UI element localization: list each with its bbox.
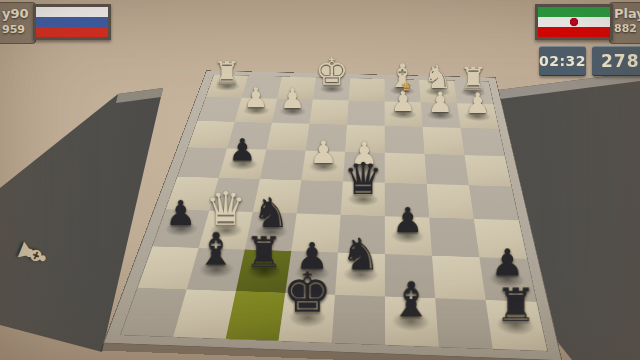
- square-c5[interactable]: [385, 183, 429, 218]
- square-f8[interactable]: [226, 291, 286, 341]
- chessboard-3d: ♜♚♝♞♜♟♟♟♟♟♟♟♟♛♟♛♞♟♝♜♟♞♟♚♝♜: [103, 70, 562, 360]
- square-a1[interactable]: ♜: [454, 81, 494, 104]
- square-c7[interactable]: [385, 254, 435, 298]
- piece-white-rook-a1[interactable]: ♜: [456, 63, 491, 95]
- square-d8[interactable]: [332, 294, 385, 344]
- square-e1[interactable]: ♚: [313, 77, 350, 100]
- piece-white-rook-h1[interactable]: ♜: [209, 57, 244, 88]
- square-d2[interactable]: [347, 101, 385, 126]
- square-c3[interactable]: [385, 126, 425, 154]
- square-c6[interactable]: ♟: [385, 216, 432, 255]
- square-g6[interactable]: ♛: [199, 211, 253, 249]
- square-e4[interactable]: ♟: [301, 151, 345, 182]
- square-c8[interactable]: ♝: [385, 296, 439, 346]
- square-e8[interactable]: ♚: [279, 293, 335, 343]
- square-f1[interactable]: [277, 77, 316, 100]
- piece-white-king-e1[interactable]: ♚: [314, 53, 349, 91]
- square-a5[interactable]: [469, 185, 519, 220]
- player-rating-right: 882: [614, 22, 637, 35]
- square-a7[interactable]: ♟: [479, 257, 536, 302]
- square-b4[interactable]: [425, 154, 469, 185]
- square-d1[interactable]: [349, 78, 385, 101]
- square-d5[interactable]: ♛: [341, 182, 385, 217]
- square-d7[interactable]: ♞: [335, 252, 385, 296]
- square-e3[interactable]: [306, 124, 347, 152]
- square-c2[interactable]: ♟: [385, 101, 423, 127]
- iran-emblem-icon: [570, 18, 579, 27]
- square-b2[interactable]: ♟: [421, 102, 461, 128]
- move-counter: 278: [592, 46, 640, 76]
- square-e2[interactable]: [309, 100, 348, 125]
- square-g2[interactable]: ♟: [235, 98, 277, 123]
- square-a6[interactable]: [474, 219, 527, 258]
- square-a2[interactable]: ♟: [457, 103, 499, 129]
- square-e7[interactable]: ♟: [285, 251, 338, 295]
- square-b7[interactable]: [432, 255, 486, 299]
- game-clock: 02:32: [539, 46, 586, 76]
- square-b6[interactable]: [429, 218, 479, 257]
- square-b3[interactable]: [423, 127, 465, 155]
- square-a8[interactable]: ♜: [486, 300, 547, 351]
- square-g4[interactable]: ♟: [219, 149, 267, 180]
- player-rating-left: 959: [2, 23, 25, 36]
- iran-flag-icon: [535, 4, 613, 40]
- square-b8[interactable]: [435, 298, 493, 349]
- piece-white-knight-b1[interactable]: ♞: [420, 61, 455, 93]
- square-e6[interactable]: [291, 214, 340, 253]
- square-h4[interactable]: [178, 147, 228, 178]
- mini-crown-artifact: ♛: [401, 80, 412, 94]
- player-name-left: y90: [2, 6, 29, 21]
- square-a3[interactable]: [461, 128, 505, 156]
- square-f2[interactable]: ♟: [272, 99, 313, 124]
- square-d4[interactable]: ♟: [343, 152, 385, 183]
- square-e5[interactable]: [297, 180, 343, 215]
- square-d6[interactable]: [338, 215, 385, 254]
- board-frame: ♜♚♝♞♜♟♟♟♟♟♟♟♟♛♟♛♞♟♝♜♟♞♟♚♝♜: [103, 70, 562, 360]
- square-f3[interactable]: [266, 123, 309, 151]
- square-c4[interactable]: [385, 153, 427, 184]
- square-f4[interactable]: [260, 150, 306, 181]
- square-f6[interactable]: ♞: [245, 212, 297, 251]
- square-b5[interactable]: [427, 184, 474, 219]
- square-g5[interactable]: [209, 178, 260, 212]
- square-a4[interactable]: [465, 155, 512, 186]
- square-d3[interactable]: [345, 125, 385, 153]
- square-f5[interactable]: [253, 179, 302, 213]
- square-g3[interactable]: [227, 122, 272, 150]
- board-grid[interactable]: ♜♚♝♞♜♟♟♟♟♟♟♟♟♛♟♛♞♟♝♜♟♞♟♚♝♜: [121, 75, 547, 351]
- player-name-right: Player-8: [614, 6, 640, 21]
- square-g1[interactable]: [242, 76, 282, 99]
- square-h8[interactable]: [121, 288, 187, 337]
- square-b1[interactable]: ♞: [419, 80, 457, 103]
- square-f7[interactable]: ♜: [236, 249, 291, 292]
- game-scene: ♝ ♟ ♜♚♝♞♜♟♟♟♟♟♟♟♟♛♟♛♞♟♝♜♟♞♟♚♝♜ ♛ y90 959…: [0, 0, 640, 360]
- russia-flag-icon: [33, 4, 111, 40]
